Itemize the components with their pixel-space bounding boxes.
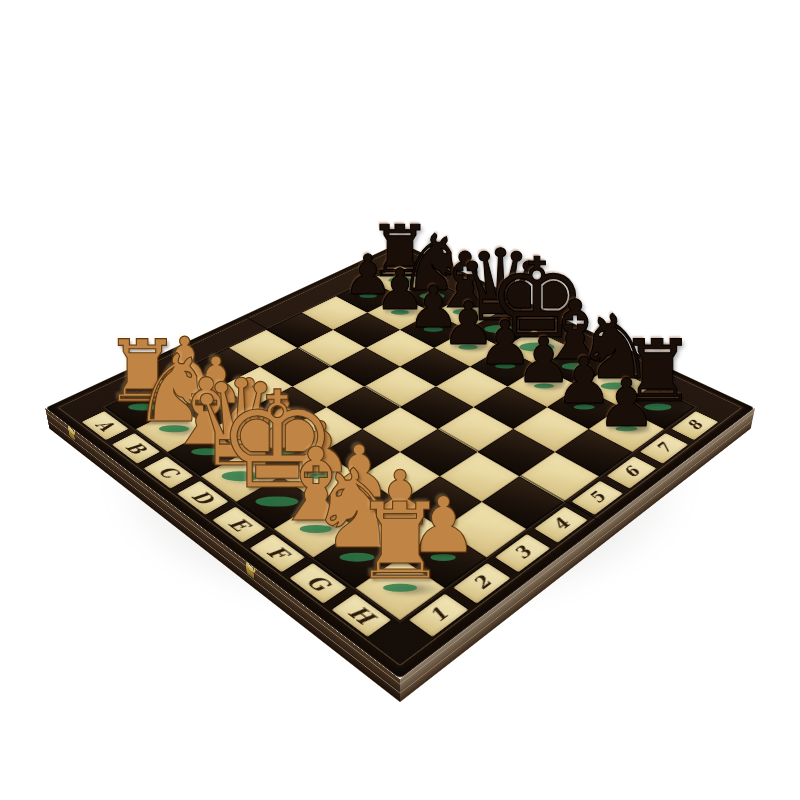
rank-label-1-text: 1 [425, 605, 452, 624]
rank-label-8-text: 8 [684, 419, 707, 432]
rank-label-2-text: 2 [469, 574, 495, 592]
file-label-g-text: G [302, 572, 334, 594]
rank-label-4-text: 4 [549, 516, 574, 532]
rank-label-3-text: 3 [510, 544, 536, 561]
rank-label-5-text: 5 [585, 490, 609, 505]
file-label-c-text: C [154, 464, 182, 481]
rank-label-7-text: 7 [652, 441, 675, 455]
file-label-e-text: E [224, 515, 253, 534]
file-label-f-text: F [263, 543, 292, 562]
file-label-h-text: H [344, 603, 378, 628]
file-label-a-text: A [92, 418, 118, 433]
file-label-b-text: B [122, 440, 150, 457]
rank-label-6-text: 6 [620, 465, 644, 479]
chess-set-photo-scene: A B C D E F G H 8 7 6 5 4 3 2 1 ♜♞♝♛♚♝♞♜… [0, 0, 800, 800]
file-label-d-text: D [188, 488, 218, 507]
